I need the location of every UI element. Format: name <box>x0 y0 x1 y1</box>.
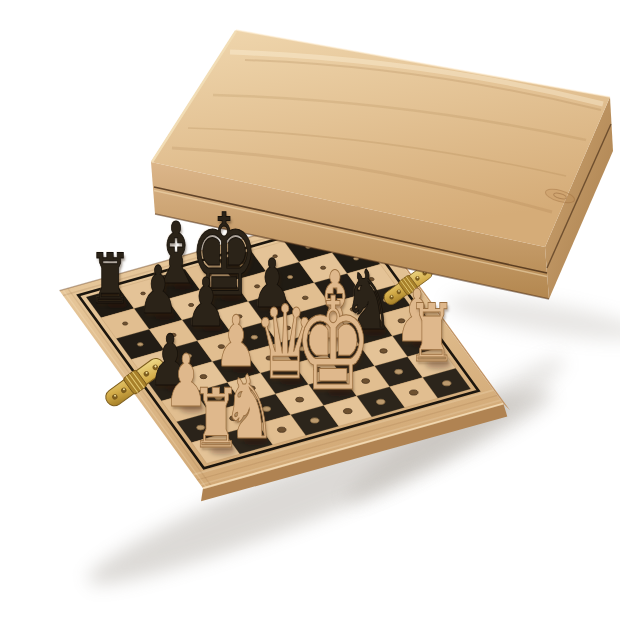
peg-hole <box>236 315 242 318</box>
peg-hole <box>123 322 128 325</box>
peg-hole <box>141 292 146 295</box>
peg-hole <box>288 276 293 279</box>
product-photo: ♜♝♟♚♟♟♟♞♟♝♟♛♟♚♜♜♞ <box>0 0 620 620</box>
piece-shadow <box>220 294 243 302</box>
peg-hole <box>266 356 273 360</box>
peg-hole <box>170 333 176 336</box>
piece-shadow <box>330 337 355 345</box>
peg-hole <box>240 264 245 267</box>
piece-shadow <box>411 339 436 347</box>
peg-hole <box>189 303 194 306</box>
peg-hole <box>362 379 370 384</box>
peg-hole <box>230 416 238 421</box>
peg-hole <box>376 399 385 404</box>
peg-hole <box>255 285 260 288</box>
piece-shadow <box>165 384 190 392</box>
piece-shadow <box>327 388 353 397</box>
piece-shadow <box>279 377 304 385</box>
peg-hole <box>207 273 212 276</box>
piece-shadow <box>201 324 225 332</box>
piece-shadow <box>106 301 129 308</box>
peg-hole <box>350 307 356 311</box>
piece-shadow <box>154 312 177 320</box>
peg-hole <box>321 266 326 269</box>
peg-hole <box>137 343 143 346</box>
peg-hole <box>273 255 278 258</box>
peg-hole <box>248 386 255 390</box>
piece-shadow <box>231 365 256 373</box>
peg-hole <box>395 369 403 374</box>
peg-hole <box>368 278 374 281</box>
peg-hole <box>215 395 222 399</box>
peg-hole <box>314 367 321 371</box>
peg-hole <box>317 317 323 321</box>
peg-hole <box>277 427 286 432</box>
peg-hole <box>218 345 224 349</box>
peg-hole <box>302 296 308 299</box>
peg-hole <box>296 397 304 402</box>
piece-shadow <box>267 305 291 313</box>
piece-shadow <box>180 405 205 413</box>
peg-hole <box>442 381 451 386</box>
peg-hole <box>398 319 405 323</box>
peg-hole <box>200 375 207 379</box>
peg-hole <box>197 425 205 430</box>
peg-hole <box>284 326 290 330</box>
piece-shadow <box>363 328 388 336</box>
peg-hole <box>263 407 271 412</box>
chess-set-scene <box>0 0 620 620</box>
peg-hole <box>251 335 257 339</box>
peg-hole <box>310 418 319 423</box>
peg-hole <box>343 409 352 414</box>
peg-hole <box>409 390 418 395</box>
piece-shadow <box>426 360 452 369</box>
piece-shadow <box>242 437 269 446</box>
peg-hole <box>335 287 341 290</box>
peg-hole <box>347 358 354 362</box>
peg-hole <box>299 347 306 351</box>
piece-shadow <box>172 282 195 289</box>
peg-hole <box>185 354 191 358</box>
piece-shadow <box>209 446 236 455</box>
peg-hole <box>380 349 387 353</box>
